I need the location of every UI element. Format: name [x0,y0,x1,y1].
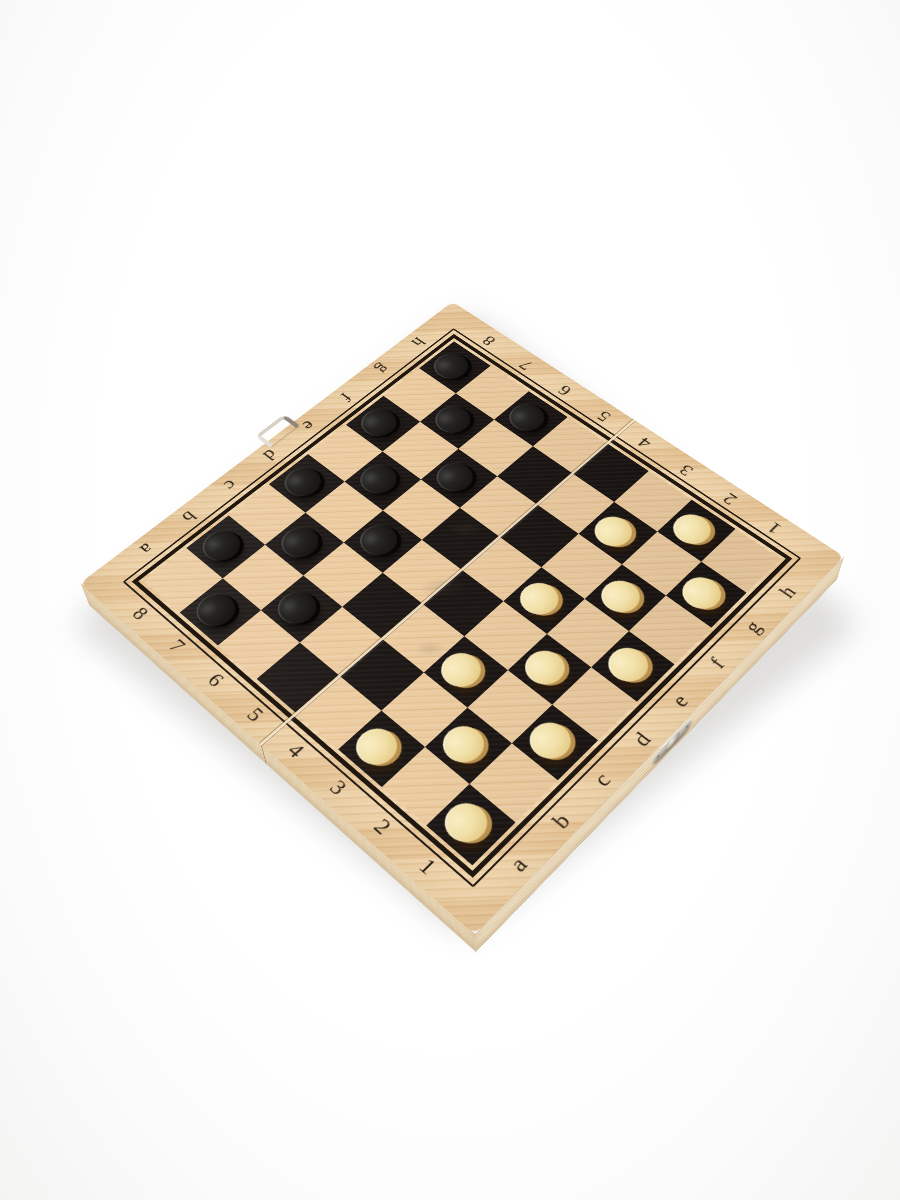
white-checker-d2[interactable]: ⛀ [521,645,577,693]
square-c5[interactable] [342,573,423,640]
rank-label-near-1: 1 [394,836,460,899]
photo-background: aabbccddeeffgghh8877665544332211 ⛂⛂⛂⛂⛂⛂⛂… [0,0,900,1200]
square-a3[interactable] [338,711,425,787]
square-b4[interactable] [340,639,424,710]
square-b6[interactable] [261,576,342,643]
rank-label-near-3: 3 [305,759,370,817]
black-man-glyph: ⛂ [278,523,330,565]
black-checker-d8[interactable]: ⛂ [281,464,332,503]
white-man-glyph: ⛀ [517,578,571,622]
latch-screw [685,723,689,729]
black-man-glyph: ⛂ [281,464,332,503]
black-man-glyph: ⛂ [357,461,408,500]
black-checker-f8[interactable]: ⛂ [358,405,407,442]
black-checker-h6[interactable]: ⛂ [506,400,555,437]
square-f2[interactable] [585,564,666,630]
white-man-glyph: ⛀ [439,720,497,771]
wood-smudge [419,576,468,597]
square-a6[interactable] [218,610,300,679]
square-d3[interactable] [464,601,546,670]
black-man-glyph: ⛂ [274,586,328,631]
black-checker-f6[interactable]: ⛂ [433,458,484,497]
square-e1[interactable] [591,631,675,702]
black-checker-d6[interactable]: ⛂ [356,520,408,562]
square-c2[interactable] [467,670,552,743]
white-man-glyph: ⛀ [598,575,652,619]
square-b5[interactable] [300,607,382,676]
white-man-glyph: ⛀ [605,642,661,689]
square-b1[interactable] [469,743,557,822]
square-b3[interactable] [382,673,467,747]
white-man-glyph: ⛀ [438,648,494,696]
white-man-glyph: ⛀ [670,509,722,551]
black-man-glyph: ⛂ [193,589,247,634]
white-checker-b2[interactable]: ⛀ [439,720,497,771]
wood-smudge [413,641,446,657]
black-man-glyph: ⛂ [431,350,479,385]
black-checker-e7[interactable]: ⛂ [357,461,408,500]
square-b2[interactable] [425,708,512,784]
white-checker-c1[interactable]: ⛀ [526,717,584,768]
black-checker-a7[interactable]: ⛂ [193,589,247,634]
pieces-layer: ⛂⛂⛂⛂⛂⛂⛂⛂⛂⛂⛂⛂⛀⛀⛀⛀⛀⛀⛀⛀⛀⛀⛀⛀ [80,302,845,935]
square-a7[interactable] [180,578,261,645]
rank-label-near-8: 8 [109,589,170,638]
white-man-glyph: ⛀ [526,717,584,768]
black-checker-g7[interactable]: ⛂ [432,402,481,439]
square-c4[interactable] [382,604,464,673]
folding-chess-checkers-board: aabbccddeeffgghh8877665544332211 ⛂⛂⛂⛂⛂⛂⛂… [80,302,845,935]
square-c3[interactable] [424,637,508,708]
white-checker-a3[interactable]: ⛀ [353,723,411,774]
square-d2[interactable] [507,634,591,705]
black-man-glyph: ⛂ [432,402,481,439]
white-checker-g3[interactable]: ⛀ [591,512,643,554]
square-f1[interactable] [629,596,711,665]
rank-label-near-2: 2 [349,797,414,857]
square-a1[interactable] [426,784,516,866]
black-checker-b8[interactable]: ⛂ [199,526,251,568]
square-g1[interactable] [665,562,746,628]
white-checker-g1[interactable]: ⛀ [679,572,733,616]
square-a4[interactable] [297,676,382,750]
white-man-glyph: ⛀ [679,572,733,616]
square-c1[interactable] [511,705,598,781]
black-man-glyph: ⛂ [358,405,407,442]
white-man-glyph: ⛀ [353,723,411,774]
black-man-glyph: ⛂ [506,400,555,437]
black-checker-h8[interactable]: ⛂ [431,350,479,385]
board-top-surface: aabbccddeeffgghh8877665544332211 ⛂⛂⛂⛂⛂⛂⛂… [80,302,845,935]
black-checker-b6[interactable]: ⛂ [274,586,328,631]
square-d1[interactable] [552,667,637,740]
white-checker-f2[interactable]: ⛀ [598,575,652,619]
white-man-glyph: ⛀ [591,512,643,554]
square-e2[interactable] [547,598,629,667]
black-checker-c7[interactable]: ⛂ [278,523,330,565]
white-checker-h2[interactable]: ⛀ [670,509,722,551]
white-checker-e3[interactable]: ⛀ [517,578,571,622]
white-checker-e1[interactable]: ⛀ [605,642,661,689]
white-checker-a1[interactable]: ⛀ [441,797,501,852]
black-man-glyph: ⛂ [199,526,251,568]
white-man-glyph: ⛀ [441,797,501,852]
square-e3[interactable] [504,567,585,633]
white-checker-c3[interactable]: ⛀ [438,648,494,696]
square-d4[interactable] [423,570,504,637]
square-a2[interactable] [381,747,469,826]
black-man-glyph: ⛂ [433,458,484,497]
latch-screw [656,753,660,759]
black-man-glyph: ⛂ [356,520,408,562]
white-man-glyph: ⛀ [521,645,577,693]
file-label-near-a: a [485,833,550,895]
square-a5[interactable] [256,642,340,713]
